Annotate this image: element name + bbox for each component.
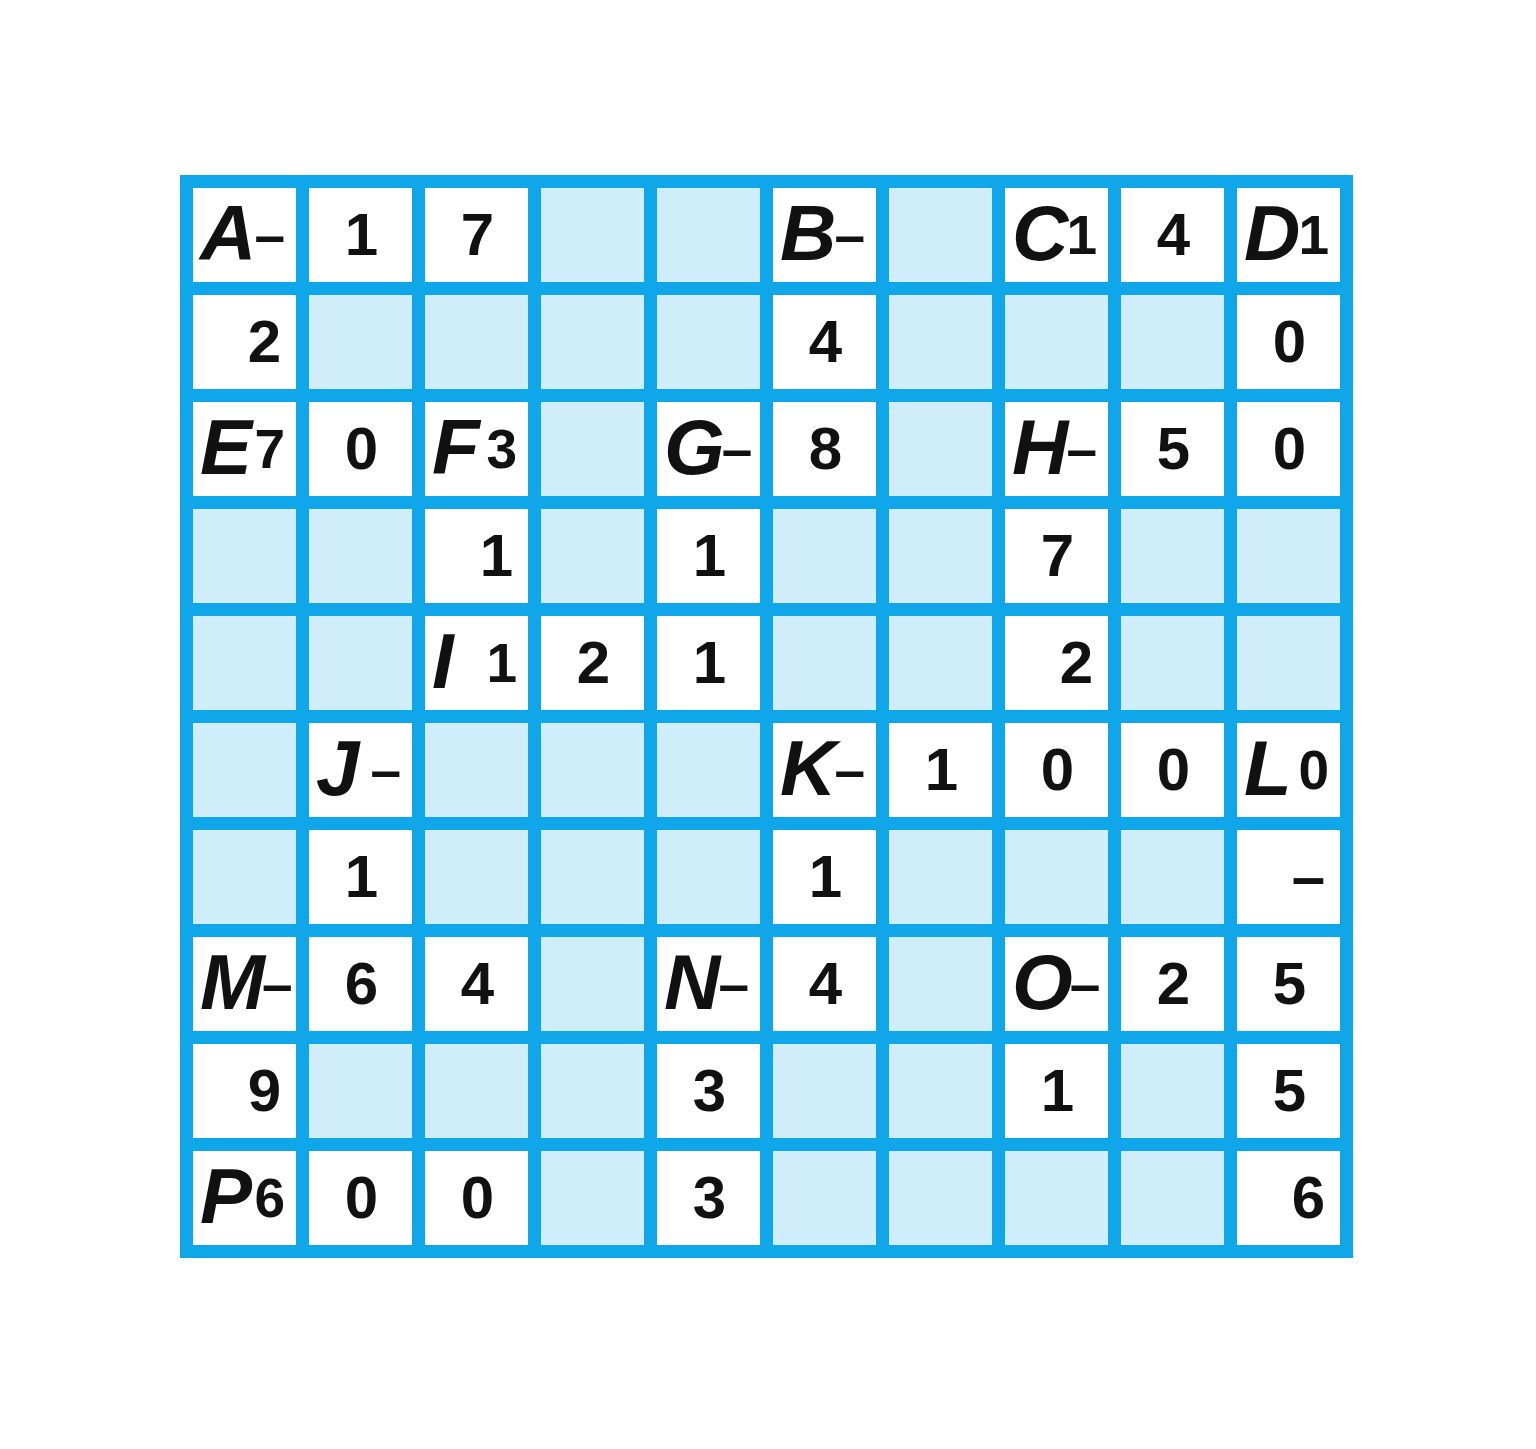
cell-r6c2-value: – [370,743,399,798]
cell-r3c10[interactable]: 0 [1237,402,1340,496]
cell-r5c4[interactable]: 2 [541,616,644,710]
cell-r6c10-value: 0 [1298,743,1327,798]
cell-r2c6-value: 4 [809,312,840,372]
cell-r3c3[interactable]: F3 [425,402,528,496]
cell-r9c3-blocked [425,1044,528,1138]
cell-r8c4-blocked [541,937,644,1031]
cell-r3c8[interactable]: H– [1005,402,1108,496]
cell-r1c6-value: – [834,208,863,263]
cell-r6c1-blocked [193,723,296,817]
cell-r4c8-value: 7 [1041,526,1072,586]
cell-r10c2[interactable]: 0 [309,1151,412,1245]
cell-r3c1[interactable]: E7 [193,402,296,496]
cell-r7c5-blocked [657,830,760,924]
cell-r1c4-blocked [541,188,644,282]
clue-letter-M: M [200,943,262,1021]
cell-r4c1-blocked [193,509,296,603]
cell-r9c9-blocked [1121,1044,1224,1138]
cell-r1c8-value: 1 [1066,208,1095,263]
cell-r5c3[interactable]: I1 [425,616,528,710]
cell-r10c2-value: 0 [345,1168,376,1228]
clue-letter-A: A [200,194,253,272]
cell-r8c6-value: 4 [809,954,840,1014]
cell-r8c5[interactable]: N– [657,937,760,1031]
cell-r1c1-value: – [254,208,283,263]
clue-letter-P: P [200,1157,249,1235]
cell-r1c5-blocked [657,188,760,282]
cell-r8c2[interactable]: 6 [309,937,412,1031]
cell-r7c1-blocked [193,830,296,924]
cell-r9c7-blocked [889,1044,992,1138]
cell-r1c6[interactable]: B– [773,188,876,282]
cell-r10c10[interactable]: 6 [1237,1151,1340,1245]
cell-r3c9-value: 5 [1157,419,1188,479]
cell-r9c5[interactable]: 3 [657,1044,760,1138]
cell-r10c7-blocked [889,1151,992,1245]
cell-r5c3-value: 1 [486,636,515,691]
cell-r6c4-blocked [541,723,644,817]
cell-r7c2[interactable]: 1 [309,830,412,924]
cell-r4c5[interactable]: 1 [657,509,760,603]
cell-r3c10-value: 0 [1273,419,1304,479]
cell-r1c1[interactable]: A– [193,188,296,282]
cell-r1c7-blocked [889,188,992,282]
cell-r9c4-blocked [541,1044,644,1138]
cell-r4c10-blocked [1237,509,1340,603]
cell-r7c7-blocked [889,830,992,924]
cell-r9c2-blocked [309,1044,412,1138]
cell-r5c9-blocked [1121,616,1224,710]
cell-r1c9[interactable]: 4 [1121,188,1224,282]
cell-r5c6-blocked [773,616,876,710]
cell-r8c3-value: 4 [461,954,492,1014]
cell-r3c4-blocked [541,402,644,496]
cell-r4c8[interactable]: 7 [1005,509,1108,603]
cell-r10c8-blocked [1005,1151,1108,1245]
cell-r1c3-value: 7 [461,205,492,265]
cell-r5c10-blocked [1237,616,1340,710]
cell-r4c9-blocked [1121,509,1224,603]
cell-r6c9[interactable]: 0 [1121,723,1224,817]
cell-r10c9-blocked [1121,1151,1224,1245]
cell-r7c2-value: 1 [345,847,376,907]
cell-r7c6-value: 1 [809,847,840,907]
cell-r2c4-blocked [541,295,644,389]
cell-r8c1[interactable]: M– [193,937,296,1031]
cell-r6c7-value: 1 [925,740,956,800]
cell-r4c5-value: 1 [693,526,724,586]
cell-r5c5-value: 1 [693,633,724,693]
cell-r6c10[interactable]: L0 [1237,723,1340,817]
cell-r4c4-blocked [541,509,644,603]
cell-r3c5[interactable]: G– [657,402,760,496]
cell-r6c9-value: 0 [1157,740,1188,800]
cell-r3c1-value: 7 [254,422,283,477]
cell-r5c7-blocked [889,616,992,710]
cell-r2c9-blocked [1121,295,1224,389]
cell-r9c10-value: 5 [1273,1061,1304,1121]
cell-r7c6[interactable]: 1 [773,830,876,924]
cell-r6c8-value: 0 [1041,740,1072,800]
cell-r8c6[interactable]: 4 [773,937,876,1031]
cell-r8c10-value: 5 [1273,954,1304,1014]
cell-r6c6[interactable]: K– [773,723,876,817]
clue-letter-J: J [316,729,356,807]
cell-r5c8-value: 2 [1060,633,1091,693]
cell-r10c10-value: 6 [1292,1168,1323,1228]
clue-letter-H: H [1012,408,1065,486]
cell-r5c1-blocked [193,616,296,710]
clue-letter-F: F [432,408,477,486]
clue-letter-D: D [1244,194,1297,272]
cell-r3c6[interactable]: 8 [773,402,876,496]
cell-r8c10[interactable]: 5 [1237,937,1340,1031]
cell-r10c6-blocked [773,1151,876,1245]
clue-letter-O: O [1012,943,1070,1021]
cell-r8c7-blocked [889,937,992,1031]
cell-r3c3-value: 3 [486,422,515,477]
clue-letter-L: L [1244,729,1289,807]
cell-r10c4-blocked [541,1151,644,1245]
cell-r8c2-value: 6 [345,954,376,1014]
cell-r2c5-blocked [657,295,760,389]
cell-r3c9[interactable]: 5 [1121,402,1224,496]
cell-r2c3-blocked [425,295,528,389]
cell-r8c3[interactable]: 4 [425,937,528,1031]
cell-r1c9-value: 4 [1157,205,1188,265]
cell-r1c2[interactable]: 1 [309,188,412,282]
cell-r7c10[interactable]: – [1237,830,1340,924]
cell-r9c6-blocked [773,1044,876,1138]
cell-r3c7-blocked [889,402,992,496]
clue-letter-G: G [664,408,722,486]
cell-r10c3-value: 0 [461,1168,492,1228]
crossnumber-board: A–17B–C14D1240E70F3G–8H–50117I1212J–K–10… [180,175,1353,1258]
cell-r3c5-value: – [722,422,751,477]
cell-r2c8-blocked [1005,295,1108,389]
cell-r2c2-blocked [309,295,412,389]
cell-r4c3[interactable]: 1 [425,509,528,603]
cell-r8c9[interactable]: 2 [1121,937,1224,1031]
clue-letter-I: I [432,622,451,700]
cell-r9c5-value: 3 [693,1061,724,1121]
cell-r1c3[interactable]: 7 [425,188,528,282]
cell-r6c5-blocked [657,723,760,817]
cell-r6c6-value: – [834,743,863,798]
cell-r10c5-value: 3 [693,1168,724,1228]
cell-r4c7-blocked [889,509,992,603]
cell-r5c5[interactable]: 1 [657,616,760,710]
cell-r3c2-value: 0 [345,419,376,479]
cell-r4c2-blocked [309,509,412,603]
cell-r8c5-value: – [718,957,747,1012]
cell-r8c8[interactable]: O– [1005,937,1108,1031]
cell-r2c6[interactable]: 4 [773,295,876,389]
cell-r7c4-blocked [541,830,644,924]
cell-r4c3-value: 1 [480,526,511,586]
cell-r5c4-value: 2 [577,633,608,693]
cell-r8c9-value: 2 [1157,954,1188,1014]
cell-r6c7[interactable]: 1 [889,723,992,817]
cell-r1c8[interactable]: C1 [1005,188,1108,282]
cell-r7c3-blocked [425,830,528,924]
cell-r1c2-value: 1 [345,205,376,265]
clue-letter-N: N [664,943,717,1021]
cell-r9c8-value: 1 [1041,1061,1072,1121]
cell-r1c10[interactable]: D1 [1237,188,1340,282]
cell-r3c6-value: 8 [809,419,840,479]
cell-r7c8-blocked [1005,830,1108,924]
cell-r10c3[interactable]: 0 [425,1151,528,1245]
cell-r9c10[interactable]: 5 [1237,1044,1340,1138]
cell-r6c3-blocked [425,723,528,817]
cell-r6c2[interactable]: J– [309,723,412,817]
cell-r9c8[interactable]: 1 [1005,1044,1108,1138]
cell-r2c1-value: 2 [248,312,279,372]
cell-r5c2-blocked [309,616,412,710]
cell-r10c1[interactable]: P6 [193,1151,296,1245]
cell-r8c1-value: – [262,957,291,1012]
cell-r5c8[interactable]: 2 [1005,616,1108,710]
cell-r9c1[interactable]: 9 [193,1044,296,1138]
cell-r6c8[interactable]: 0 [1005,723,1108,817]
cell-r3c8-value: – [1066,422,1095,477]
cell-r8c8-value: – [1070,957,1099,1012]
cell-r1c10-value: 1 [1298,208,1327,263]
page-background: A–17B–C14D1240E70F3G–8H–50117I1212J–K–10… [0,0,1536,1449]
cell-r2c7-blocked [889,295,992,389]
cell-r2c1[interactable]: 2 [193,295,296,389]
clue-letter-E: E [200,408,249,486]
cell-r4c6-blocked [773,509,876,603]
cell-r3c2[interactable]: 0 [309,402,412,496]
clue-letter-C: C [1012,194,1065,272]
cell-r10c5[interactable]: 3 [657,1151,760,1245]
cell-r7c10-value: – [1292,847,1323,907]
cell-r7c9-blocked [1121,830,1224,924]
cell-r2c10[interactable]: 0 [1237,295,1340,389]
clue-letter-K: K [780,729,833,807]
cell-r9c1-value: 9 [248,1061,279,1121]
clue-letter-B: B [780,194,833,272]
cell-r10c1-value: 6 [254,1171,283,1226]
cell-r2c10-value: 0 [1273,312,1304,372]
